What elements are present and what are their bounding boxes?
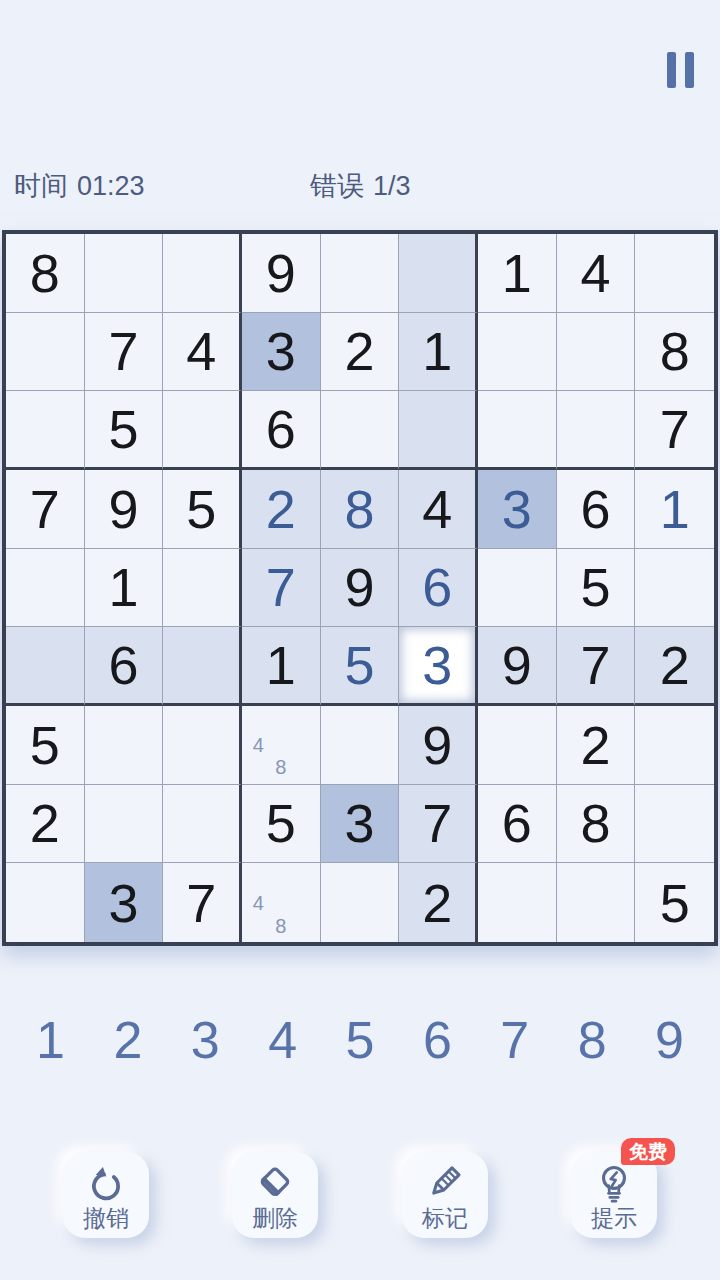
cell-r8c1[interactable]: 2 (6, 785, 85, 864)
cell-r6c8[interactable]: 7 (557, 627, 636, 706)
numpad-6[interactable]: 6 (423, 1014, 452, 1066)
given-digit: 9 (502, 638, 532, 692)
given-digit: 6 (580, 482, 610, 536)
cell-r3c1[interactable] (6, 391, 85, 470)
cell-r9c8[interactable] (557, 863, 636, 942)
given-digit: 3 (266, 324, 296, 378)
cell-r6c1[interactable] (6, 627, 85, 706)
cell-r5c7[interactable] (478, 549, 557, 628)
pause-icon (667, 52, 676, 88)
numpad-3[interactable]: 3 (191, 1014, 220, 1066)
notes-button[interactable]: 标记 (402, 1152, 488, 1238)
time-label: 时间 (14, 168, 68, 204)
cell-r3c2[interactable]: 5 (85, 391, 164, 470)
cell-r3c7[interactable] (478, 391, 557, 470)
numpad-2[interactable]: 2 (113, 1014, 142, 1066)
pause-button[interactable] (663, 48, 698, 92)
cell-r4c9[interactable]: 1 (635, 470, 714, 549)
notes-label: 标记 (422, 1207, 468, 1230)
cell-r8c3[interactable] (163, 785, 242, 864)
given-digit: 5 (108, 402, 138, 456)
given-digit: 1 (266, 638, 296, 692)
cell-r6c4[interactable]: 1 (242, 627, 321, 706)
cell-r4c2[interactable]: 9 (85, 470, 164, 549)
given-digit: 7 (30, 482, 60, 536)
pencil-notes: 48 (242, 863, 320, 942)
cell-r1c1[interactable]: 8 (6, 234, 85, 313)
cell-r4c6[interactable]: 4 (399, 470, 478, 549)
numpad-5[interactable]: 5 (346, 1014, 375, 1066)
cell-r6c7[interactable]: 9 (478, 627, 557, 706)
cell-r9c3[interactable]: 7 (163, 863, 242, 942)
cell-r4c8[interactable]: 6 (557, 470, 636, 549)
user-digit: 3 (502, 482, 532, 536)
cell-r9c4[interactable]: 48 (242, 863, 321, 942)
given-digit: 4 (186, 324, 216, 378)
given-digit: 7 (186, 876, 216, 930)
cell-r7c8[interactable]: 2 (557, 706, 636, 785)
note-digit: 4 (247, 891, 270, 914)
status-header: 时间 01:23 错误 1/3 (0, 168, 720, 204)
undo-button[interactable]: 撤销 (63, 1152, 149, 1238)
given-digit: 7 (580, 638, 610, 692)
user-digit: 8 (344, 482, 374, 536)
user-digit: 7 (266, 560, 296, 614)
numpad-7[interactable]: 7 (500, 1014, 529, 1066)
toolbar: 撤销 删除 标记 免费 (0, 1152, 720, 1238)
cell-r7c1[interactable]: 5 (6, 706, 85, 785)
cell-r5c1[interactable] (6, 549, 85, 628)
cell-r5c5[interactable]: 9 (321, 549, 400, 628)
undo-label: 撤销 (83, 1207, 129, 1230)
cell-r4c3[interactable]: 5 (163, 470, 242, 549)
cell-r2c5[interactable]: 2 (321, 313, 400, 392)
cell-r3c5[interactable] (321, 391, 400, 470)
cell-r2c3[interactable]: 4 (163, 313, 242, 392)
hint-icon (592, 1162, 636, 1206)
cell-r6c5[interactable]: 5 (321, 627, 400, 706)
given-digit: 1 (502, 246, 532, 300)
cell-r1c5[interactable] (321, 234, 400, 313)
note-digit: 4 (247, 734, 270, 757)
given-digit: 2 (344, 324, 374, 378)
delete-button[interactable]: 删除 (232, 1152, 318, 1238)
cell-r4c4[interactable]: 2 (242, 470, 321, 549)
cell-r1c9[interactable] (635, 234, 714, 313)
cell-r7c9[interactable] (635, 706, 714, 785)
cell-r8c9[interactable] (635, 785, 714, 864)
cell-r6c6[interactable]: 3 (399, 627, 478, 706)
given-digit: 8 (660, 324, 690, 378)
given-digit: 1 (422, 324, 452, 378)
given-digit: 2 (422, 876, 452, 930)
user-digit: 1 (660, 482, 690, 536)
delete-label: 删除 (252, 1207, 298, 1230)
cell-r5c3[interactable] (163, 549, 242, 628)
given-digit: 5 (186, 482, 216, 536)
cell-r1c6[interactable] (399, 234, 478, 313)
given-digit: 9 (108, 482, 138, 536)
eraser-icon (253, 1162, 297, 1206)
cell-r5c6[interactable]: 6 (399, 549, 478, 628)
undo-icon (84, 1162, 128, 1206)
given-digit: 5 (266, 796, 296, 850)
cell-r8c4[interactable]: 5 (242, 785, 321, 864)
cell-r1c8[interactable]: 4 (557, 234, 636, 313)
sudoku-board: 8914743218567795284361179656153972548922… (2, 230, 718, 946)
pencil-icon (423, 1162, 467, 1206)
cell-r2c7[interactable] (478, 313, 557, 392)
errors-label: 错误 (310, 168, 364, 204)
given-digit: 2 (580, 718, 610, 772)
cell-r6c3[interactable] (163, 627, 242, 706)
timer: 时间 01:23 (14, 168, 145, 204)
given-digit: 5 (580, 560, 610, 614)
cell-r1c2[interactable] (85, 234, 164, 313)
cell-r8c6[interactable]: 7 (399, 785, 478, 864)
numpad-8[interactable]: 8 (578, 1014, 607, 1066)
given-digit: 7 (660, 402, 690, 456)
note-digit: 8 (270, 756, 293, 779)
pencil-notes: 48 (242, 706, 320, 784)
given-digit: 8 (30, 246, 60, 300)
given-digit: 4 (580, 246, 610, 300)
cell-r4c7[interactable]: 3 (478, 470, 557, 549)
cell-r1c3[interactable] (163, 234, 242, 313)
given-digit: 9 (344, 560, 374, 614)
cell-r9c6[interactable]: 2 (399, 863, 478, 942)
cell-r7c6[interactable]: 9 (399, 706, 478, 785)
given-digit: 7 (422, 796, 452, 850)
cell-r2c2[interactable]: 7 (85, 313, 164, 392)
cell-r1c4[interactable]: 9 (242, 234, 321, 313)
given-digit: 6 (502, 796, 532, 850)
cell-r8c8[interactable]: 8 (557, 785, 636, 864)
given-digit: 5 (30, 718, 60, 772)
cell-r3c3[interactable] (163, 391, 242, 470)
free-badge: 免费 (621, 1138, 675, 1165)
cell-r8c2[interactable] (85, 785, 164, 864)
given-digit: 6 (108, 638, 138, 692)
user-digit: 2 (266, 482, 296, 536)
given-digit: 3 (344, 796, 374, 850)
cell-r5c4[interactable]: 7 (242, 549, 321, 628)
cell-r4c1[interactable]: 7 (6, 470, 85, 549)
given-digit: 4 (422, 482, 452, 536)
numpad-1[interactable]: 1 (36, 1014, 65, 1066)
cell-r8c5[interactable]: 3 (321, 785, 400, 864)
cell-r2c4[interactable]: 3 (242, 313, 321, 392)
user-digit: 3 (422, 638, 452, 692)
hint-label: 提示 (591, 1207, 637, 1230)
cell-r2c8[interactable] (557, 313, 636, 392)
cell-r5c2[interactable]: 1 (85, 549, 164, 628)
cell-r3c8[interactable] (557, 391, 636, 470)
given-digit: 8 (580, 796, 610, 850)
given-digit: 1 (108, 560, 138, 614)
numpad-4[interactable]: 4 (268, 1014, 297, 1066)
given-digit: 2 (660, 638, 690, 692)
cell-r2c9[interactable]: 8 (635, 313, 714, 392)
cell-r4c5[interactable]: 8 (321, 470, 400, 549)
cell-r3c9[interactable]: 7 (635, 391, 714, 470)
cell-r2c6[interactable]: 1 (399, 313, 478, 392)
cell-r8c7[interactable]: 6 (478, 785, 557, 864)
user-digit: 5 (344, 638, 374, 692)
given-digit: 9 (422, 718, 452, 772)
cell-r3c4[interactable]: 6 (242, 391, 321, 470)
pause-icon (685, 52, 694, 88)
cell-r6c2[interactable]: 6 (85, 627, 164, 706)
cell-r9c5[interactable] (321, 863, 400, 942)
cell-r6c9[interactable]: 2 (635, 627, 714, 706)
cell-r1c7[interactable]: 1 (478, 234, 557, 313)
number-pad: 123456789 (0, 1002, 720, 1078)
cell-r9c7[interactable] (478, 863, 557, 942)
user-digit: 6 (422, 560, 452, 614)
numpad-9[interactable]: 9 (655, 1014, 684, 1066)
cell-r7c2[interactable] (85, 706, 164, 785)
cell-r7c3[interactable] (163, 706, 242, 785)
errors-value: 1/3 (373, 171, 411, 202)
cell-r7c7[interactable] (478, 706, 557, 785)
cell-r2c1[interactable] (6, 313, 85, 392)
cell-r5c8[interactable]: 5 (557, 549, 636, 628)
given-digit: 9 (266, 246, 296, 300)
cell-r5c9[interactable] (635, 549, 714, 628)
given-digit: 6 (266, 402, 296, 456)
given-digit: 2 (30, 796, 60, 850)
time-value: 01:23 (77, 171, 145, 202)
cell-r9c2[interactable]: 3 (85, 863, 164, 942)
note-digit: 8 (270, 914, 293, 937)
cell-r3c6[interactable] (399, 391, 478, 470)
error-counter: 错误 1/3 (310, 168, 411, 204)
cell-r7c4[interactable]: 48 (242, 706, 321, 785)
cell-r9c1[interactable] (6, 863, 85, 942)
cell-r7c5[interactable] (321, 706, 400, 785)
cell-r9c9[interactable]: 5 (635, 863, 714, 942)
given-digit: 5 (660, 876, 690, 930)
given-digit: 3 (108, 876, 138, 930)
hint-button[interactable]: 免费 提示 (571, 1152, 657, 1238)
given-digit: 7 (108, 324, 138, 378)
